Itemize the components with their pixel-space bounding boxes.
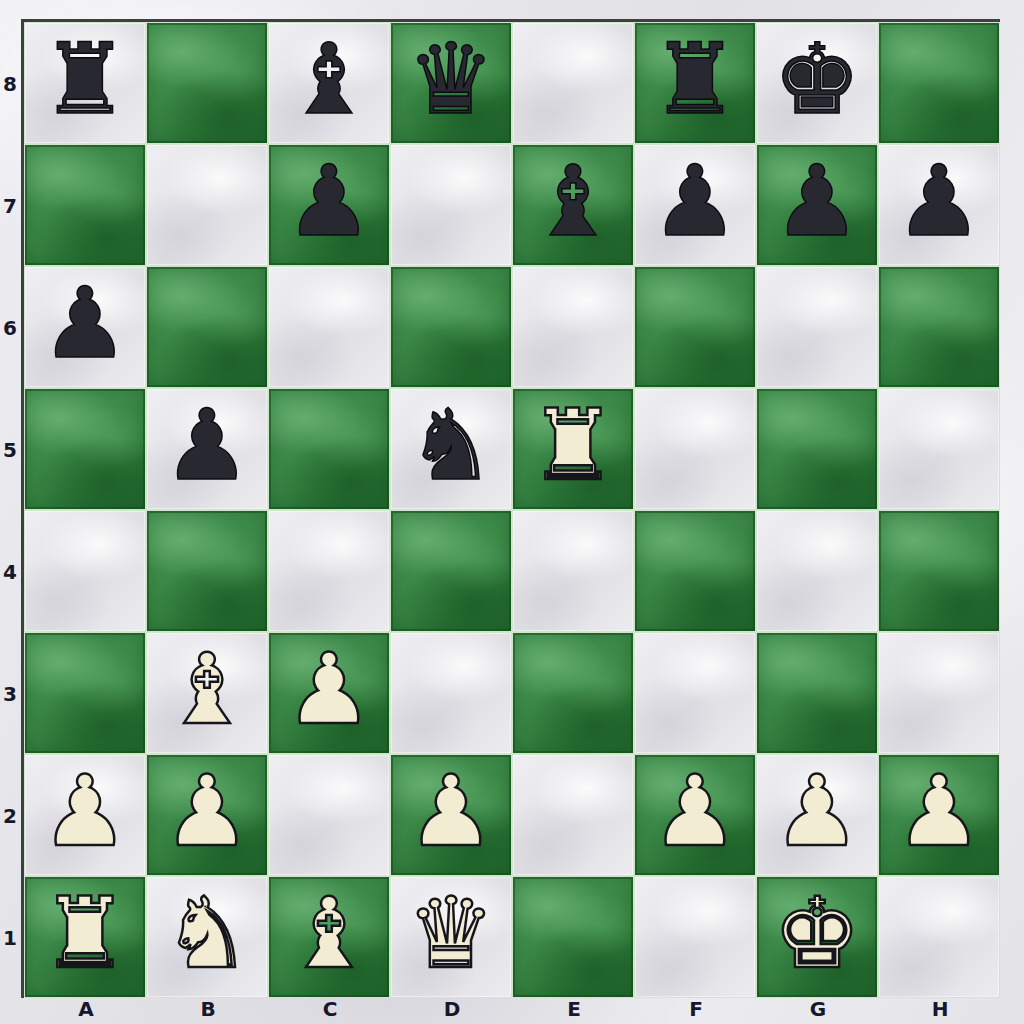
page-background: 87654321 ♜♝♛♜♚♟♝♟♟♟♟♟♞♜♝♟♟♟♟♟♟♟♜♞♝♛♚ ABC… [0,0,1024,1024]
square-d7[interactable] [391,145,511,265]
piece-white-pawn: ♟ [285,640,373,738]
square-e7[interactable]: ♝ [513,145,633,265]
square-d3[interactable] [391,633,511,753]
square-d1[interactable]: ♛ [391,877,511,997]
piece-black-pawn: ♟ [285,152,373,250]
square-a7[interactable] [25,145,145,265]
square-h3[interactable] [879,633,999,753]
rank-label-1: 1 [0,877,20,999]
square-b6[interactable] [147,267,267,387]
square-c5[interactable] [269,389,389,509]
square-h6[interactable] [879,267,999,387]
square-e8[interactable] [513,23,633,143]
file-labels: ABCDEFGH [25,996,1001,1022]
piece-white-rook: ♜ [41,884,129,982]
rank-label-6: 6 [0,267,20,389]
piece-black-rook: ♜ [41,30,129,128]
piece-white-pawn: ♟ [651,762,739,860]
file-label-g: G [757,996,879,1022]
file-label-c: C [269,996,391,1022]
rank-label-7: 7 [0,145,20,267]
piece-white-pawn: ♟ [41,762,129,860]
square-f7[interactable]: ♟ [635,145,755,265]
piece-white-knight: ♞ [163,884,251,982]
piece-white-rook: ♜ [529,396,617,494]
square-e1[interactable] [513,877,633,997]
rank-label-2: 2 [0,755,20,877]
rank-label-3: 3 [0,633,20,755]
piece-white-king: ♚ [773,884,861,982]
rank-label-4: 4 [0,511,20,633]
rank-labels: 87654321 [0,23,20,999]
square-d6[interactable] [391,267,511,387]
piece-black-bishop: ♝ [285,30,373,128]
square-e4[interactable] [513,511,633,631]
file-label-f: F [635,996,757,1022]
board-frame: ♜♝♛♜♚♟♝♟♟♟♟♟♞♜♝♟♟♟♟♟♟♟♜♞♝♛♚ [21,19,1000,998]
square-e2[interactable] [513,755,633,875]
piece-white-bishop: ♝ [285,884,373,982]
square-f6[interactable] [635,267,755,387]
piece-black-pawn: ♟ [651,152,739,250]
piece-black-knight: ♞ [407,396,495,494]
square-a1[interactable]: ♜ [25,877,145,997]
square-g6[interactable] [757,267,877,387]
piece-white-bishop: ♝ [163,640,251,738]
piece-black-rook: ♜ [651,30,739,128]
square-e6[interactable] [513,267,633,387]
piece-white-pawn: ♟ [163,762,251,860]
rank-label-8: 8 [0,23,20,145]
square-c3[interactable]: ♟ [269,633,389,753]
square-h2[interactable]: ♟ [879,755,999,875]
square-f3[interactable] [635,633,755,753]
square-c6[interactable] [269,267,389,387]
square-f2[interactable]: ♟ [635,755,755,875]
square-d5[interactable]: ♞ [391,389,511,509]
square-g1[interactable]: ♚ [757,877,877,997]
piece-white-pawn: ♟ [895,762,983,860]
square-c4[interactable] [269,511,389,631]
square-a2[interactable]: ♟ [25,755,145,875]
square-h5[interactable] [879,389,999,509]
square-c8[interactable]: ♝ [269,23,389,143]
square-g5[interactable] [757,389,877,509]
square-f4[interactable] [635,511,755,631]
square-b5[interactable]: ♟ [147,389,267,509]
square-a6[interactable]: ♟ [25,267,145,387]
square-b8[interactable] [147,23,267,143]
square-b2[interactable]: ♟ [147,755,267,875]
square-a3[interactable] [25,633,145,753]
file-label-e: E [513,996,635,1022]
square-d2[interactable]: ♟ [391,755,511,875]
square-f8[interactable]: ♜ [635,23,755,143]
square-a8[interactable]: ♜ [25,23,145,143]
piece-white-pawn: ♟ [773,762,861,860]
square-e5[interactable]: ♜ [513,389,633,509]
file-label-h: H [879,996,1001,1022]
file-label-a: A [25,996,147,1022]
square-f1[interactable] [635,877,755,997]
square-h7[interactable]: ♟ [879,145,999,265]
piece-white-queen: ♛ [407,884,495,982]
piece-black-pawn: ♟ [773,152,861,250]
square-h8[interactable] [879,23,999,143]
square-a4[interactable] [25,511,145,631]
square-c1[interactable]: ♝ [269,877,389,997]
square-b7[interactable] [147,145,267,265]
file-label-d: D [391,996,513,1022]
square-b4[interactable] [147,511,267,631]
square-b3[interactable]: ♝ [147,633,267,753]
square-d8[interactable]: ♛ [391,23,511,143]
piece-black-pawn: ♟ [895,152,983,250]
square-f5[interactable] [635,389,755,509]
piece-black-bishop: ♝ [529,152,617,250]
square-g3[interactable] [757,633,877,753]
square-c7[interactable]: ♟ [269,145,389,265]
square-b1[interactable]: ♞ [147,877,267,997]
square-a5[interactable] [25,389,145,509]
square-g4[interactable] [757,511,877,631]
square-g8[interactable]: ♚ [757,23,877,143]
square-h1[interactable] [879,877,999,997]
piece-black-pawn: ♟ [41,274,129,372]
chess-board: ♜♝♛♜♚♟♝♟♟♟♟♟♞♜♝♟♟♟♟♟♟♟♜♞♝♛♚ [25,23,999,997]
square-h4[interactable] [879,511,999,631]
piece-black-king: ♚ [773,30,861,128]
piece-white-pawn: ♟ [407,762,495,860]
square-d4[interactable] [391,511,511,631]
piece-black-pawn: ♟ [163,396,251,494]
square-g7[interactable]: ♟ [757,145,877,265]
square-g2[interactable]: ♟ [757,755,877,875]
square-e3[interactable] [513,633,633,753]
file-label-b: B [147,996,269,1022]
rank-label-5: 5 [0,389,20,511]
square-c2[interactable] [269,755,389,875]
piece-black-queen: ♛ [407,30,495,128]
